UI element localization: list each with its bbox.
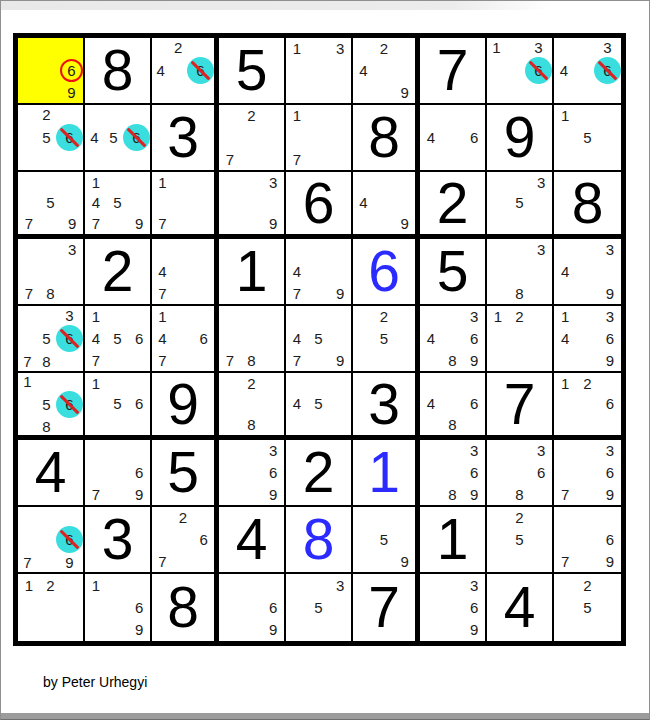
candidate-slot-3: 3 (599, 239, 621, 261)
candidate-2: 2 (583, 376, 591, 391)
candidate-slot-2 (173, 239, 194, 261)
cell-r4c4[interactable]: 1 (219, 239, 286, 306)
candidate-slot-3 (329, 373, 351, 394)
candidates: 35 (487, 172, 552, 234)
cell-r8c8[interactable]: 25 (487, 507, 554, 574)
cell-r4c6[interactable]: 6 (353, 239, 420, 306)
candidate-slot-9 (56, 151, 83, 170)
candidate-slot-8 (173, 550, 194, 572)
candidate-slot-3 (128, 574, 150, 596)
candidates: 14579 (85, 172, 150, 234)
candidate-6: 6 (135, 331, 143, 346)
cell-r9c3[interactable]: 8 (152, 574, 219, 641)
candidate-slot-5 (576, 462, 598, 484)
candidate-slot-7: 7 (219, 148, 241, 170)
cell-r7c5[interactable]: 2 (286, 440, 353, 507)
candidate-slot-8 (308, 414, 330, 435)
candidate-slot-7 (18, 82, 39, 103)
candidate-slot-6: 6 (463, 328, 485, 350)
cell-r5c5[interactable]: 4579 (286, 306, 353, 373)
cell-r6c3[interactable]: 9 (152, 373, 219, 440)
cell-r3c7[interactable]: 2 (420, 172, 487, 239)
candidate-slot-2: 2 (241, 105, 263, 127)
elimination-highlight-icon: 6 (123, 124, 150, 151)
candidates: 1568 (18, 373, 83, 435)
candidate-slot-5 (241, 127, 263, 149)
candidate-slot-6 (329, 261, 351, 283)
candidate-3: 3 (606, 309, 614, 324)
candidate-slot-4: 4 (353, 193, 374, 214)
candidate-slot-9 (329, 414, 351, 435)
candidate-7: 7 (158, 554, 166, 569)
candidate-slot-7 (420, 414, 442, 435)
candidate-slot-9 (193, 282, 214, 304)
candidates: 468 (420, 373, 485, 435)
cell-r9c1[interactable]: 12 (18, 574, 85, 641)
candidate-slot-6 (394, 328, 415, 350)
candidate-slot-6: 6 (56, 124, 83, 151)
candidate-slot-6 (262, 394, 284, 415)
cell-r3c6[interactable]: 49 (353, 172, 420, 239)
value-3: 3 (368, 376, 400, 433)
cell-r6c5[interactable]: 45 (286, 373, 353, 440)
candidate-slot-4 (219, 127, 241, 149)
candidate-slot-5 (509, 462, 531, 484)
candidate-slot-2: 2 (374, 306, 395, 328)
candidate-slot-1 (18, 38, 39, 59)
candidate-slot-6: 6 (60, 59, 83, 82)
candidate-slot-7 (487, 282, 509, 304)
candidate-slot-8 (576, 483, 598, 505)
candidate-slot-4 (554, 529, 576, 551)
candidates: 34689 (420, 306, 485, 371)
candidate-6: 6 (470, 465, 478, 480)
candidate-slot-8: 8 (37, 418, 56, 436)
cell-r7c3[interactable]: 5 (152, 440, 219, 507)
candidate-slot-1 (219, 105, 241, 127)
candidates: 45 (286, 373, 351, 435)
candidate-slot-7: 7 (152, 349, 173, 371)
candidate-9: 9 (470, 622, 478, 637)
candidate-slot-5 (442, 394, 464, 415)
candidate-slot-4 (353, 328, 374, 350)
cell-r5c2[interactable]: 14567 (85, 306, 152, 373)
candidate-6: 6 (65, 397, 73, 412)
candidate-slot-9: 9 (262, 619, 284, 641)
candidate-slot-9 (128, 414, 150, 435)
candidate-2: 2 (174, 40, 182, 55)
candidate-6: 6 (470, 331, 478, 346)
candidate-slot-7: 7 (554, 483, 576, 505)
candidate-slot-7 (353, 213, 374, 234)
candidate-9: 9 (470, 353, 478, 368)
cell-r6c1[interactable]: 1568 (18, 373, 85, 440)
candidate-slot-8 (308, 148, 330, 170)
candidate-slot-7: 7 (18, 213, 40, 234)
candidate-slot-6: 6 (599, 328, 621, 350)
candidate-slot-8 (374, 213, 395, 234)
cell-r7c7[interactable]: 3689 (420, 440, 487, 507)
cell-r3c3[interactable]: 17 (152, 172, 219, 239)
candidate-slot-1 (487, 440, 509, 462)
cell-r4c1[interactable]: 378 (18, 239, 85, 306)
candidate-slot-4 (219, 193, 241, 214)
candidate-slot-2 (308, 38, 330, 60)
candidate-slot-8 (506, 84, 525, 103)
cell-r1c2[interactable]: 8 (85, 38, 152, 105)
candidate-slot-9: 9 (128, 483, 150, 505)
cell-r8c5[interactable]: 8 (286, 507, 353, 574)
candidate-slot-2 (308, 239, 330, 261)
cell-r7c9[interactable]: 3679 (554, 440, 621, 507)
candidate-slot-3: 3 (599, 306, 621, 328)
candidate-6: 6 (606, 532, 614, 547)
candidate-slot-2 (173, 172, 194, 193)
cell-r4c2[interactable]: 2 (85, 239, 152, 306)
cell-r1c3[interactable]: 246 (152, 38, 219, 105)
candidate-slot-7 (420, 148, 442, 170)
candidate-slot-7: 7 (286, 349, 308, 371)
candidate-slot-3 (463, 373, 485, 394)
cell-r3c1[interactable]: 579 (18, 172, 85, 239)
candidate-2: 2 (583, 578, 591, 593)
candidate-slot-3 (329, 105, 351, 127)
candidate-6: 6 (470, 600, 478, 615)
candidate-slot-7 (286, 619, 308, 641)
cell-r9c8[interactable]: 4 (487, 574, 554, 641)
candidate-slot-4 (219, 328, 241, 350)
candidate-slot-6 (128, 193, 150, 214)
selection-circle-icon: 6 (60, 59, 83, 82)
candidate-slot-4: 4 (152, 261, 173, 283)
candidate-1: 1 (158, 175, 166, 190)
candidate-slot-1 (286, 239, 308, 261)
cell-r9c9[interactable]: 25 (554, 574, 621, 641)
cell-r2c9[interactable]: 15 (554, 105, 621, 172)
candidate-7: 7 (158, 353, 166, 368)
cell-r5c8[interactable]: 12 (487, 306, 554, 373)
candidate-4: 4 (92, 195, 100, 210)
candidate-slot-2 (308, 306, 330, 328)
value-4: 4 (504, 579, 536, 636)
candidate-slot-9 (61, 282, 83, 304)
candidate-slot-1 (152, 507, 173, 529)
candidate-slot-9: 9 (463, 349, 485, 371)
candidate-slot-5 (173, 193, 194, 214)
candidate-6: 6 (470, 396, 478, 411)
cell-r7c4[interactable]: 369 (219, 440, 286, 507)
candidate-slot-2 (241, 172, 263, 193)
candidate-2: 2 (247, 108, 255, 123)
candidate-slot-4 (487, 328, 509, 350)
cell-r4c7[interactable]: 5 (420, 239, 487, 306)
candidate-slot-9: 9 (128, 213, 150, 234)
candidate-slot-1 (353, 306, 374, 328)
candidate-7: 7 (293, 286, 301, 301)
cell-r5c9[interactable]: 13469 (554, 306, 621, 373)
cell-r4c8[interactable]: 38 (487, 239, 554, 306)
candidates: 456 (85, 105, 150, 170)
cell-r9c2[interactable]: 169 (85, 574, 152, 641)
cell-r2c8[interactable]: 9 (487, 105, 554, 172)
candidate-slot-3: 3 (329, 574, 351, 596)
candidate-slot-1 (353, 38, 374, 60)
candidate-slot-9: 9 (394, 81, 415, 103)
cell-r5c6[interactable]: 25 (353, 306, 420, 373)
candidate-slot-4 (85, 462, 107, 484)
candidate-slot-2 (107, 172, 129, 193)
candidate-slot-4 (219, 462, 241, 484)
candidate-slot-7: 7 (219, 349, 241, 371)
candidate-slot-7 (420, 349, 442, 371)
cell-r8c7[interactable]: 1 (420, 507, 487, 574)
candidate-slot-9 (193, 213, 214, 234)
candidate-7: 7 (226, 353, 234, 368)
candidate-slot-8 (107, 619, 129, 641)
candidate-slot-8 (576, 414, 598, 435)
cell-r3c5[interactable]: 6 (286, 172, 353, 239)
candidate-slot-5 (40, 596, 62, 618)
cell-r1c9[interactable]: 346 (554, 38, 621, 105)
cell-r8c3[interactable]: 267 (152, 507, 219, 574)
candidate-slot-7 (554, 414, 576, 435)
candidate-slot-6 (61, 193, 83, 214)
cell-r2c4[interactable]: 27 (219, 105, 286, 172)
candidates: 249 (353, 38, 415, 103)
cell-r7c6[interactable]: 1 (353, 440, 420, 507)
cell-r8c4[interactable]: 4 (219, 507, 286, 574)
candidates: 346 (554, 38, 621, 103)
candidate-slot-8: 8 (241, 349, 263, 371)
cell-r3c4[interactable]: 39 (219, 172, 286, 239)
candidates: 69 (18, 38, 83, 103)
candidate-slot-1 (18, 239, 40, 261)
candidate-slot-5 (506, 57, 525, 84)
cell-r3c8[interactable]: 35 (487, 172, 554, 239)
cell-r5c1[interactable]: 35678 (18, 306, 85, 373)
candidate-slot-8 (509, 213, 531, 234)
cell-r8c1[interactable]: 679 (18, 507, 85, 574)
cell-r9c5[interactable]: 35 (286, 574, 353, 641)
candidate-slot-7 (353, 550, 374, 572)
candidate-7: 7 (23, 555, 31, 570)
candidate-slot-1: 1 (286, 105, 308, 127)
cell-r2c1[interactable]: 256 (18, 105, 85, 172)
candidate-slot-5 (107, 596, 129, 618)
candidate-slot-8 (374, 81, 395, 103)
candidate-slot-8 (173, 282, 194, 304)
candidate-slot-6: 6 (599, 394, 621, 415)
candidate-slot-3 (530, 507, 552, 529)
cell-r6c6[interactable]: 3 (353, 373, 420, 440)
candidates: 46 (420, 105, 485, 170)
cell-r5c3[interactable]: 1467 (152, 306, 219, 373)
candidate-slot-7 (487, 213, 509, 234)
cell-r5c4[interactable]: 78 (219, 306, 286, 373)
candidate-slot-5: 5 (374, 328, 395, 350)
candidate-slot-4 (18, 261, 40, 283)
value-7: 7 (437, 42, 469, 99)
elimination-highlight-icon: 6 (56, 526, 83, 553)
cell-r1c4[interactable]: 5 (219, 38, 286, 105)
candidate-slot-4 (487, 57, 506, 84)
candidates: 579 (18, 172, 83, 234)
candidate-1: 1 (494, 309, 502, 324)
candidate-5: 5 (583, 130, 591, 145)
elimination-highlight-icon: 6 (594, 57, 621, 84)
candidates: 13469 (554, 306, 621, 371)
cell-r7c2[interactable]: 679 (85, 440, 152, 507)
candidate-slot-3 (599, 507, 621, 529)
candidate-slot-1: 1 (554, 373, 576, 394)
candidate-slot-4 (18, 59, 39, 82)
candidate-slot-3 (187, 38, 214, 57)
candidate-5: 5 (314, 331, 322, 346)
candidate-1: 1 (293, 108, 301, 123)
candidate-slot-4: 4 (420, 394, 442, 415)
cell-r4c5[interactable]: 479 (286, 239, 353, 306)
candidate-slot-6 (262, 193, 284, 214)
candidate-slot-7: 7 (286, 282, 308, 304)
candidate-1: 1 (92, 175, 100, 190)
cell-r6c9[interactable]: 126 (554, 373, 621, 440)
candidate-slot-5 (442, 596, 464, 618)
value-5: 5 (236, 42, 268, 99)
candidate-slot-9 (187, 84, 214, 103)
cell-r2c6[interactable]: 8 (353, 105, 420, 172)
cell-r8c9[interactable]: 679 (554, 507, 621, 574)
candidate-slot-5 (107, 462, 129, 484)
cell-r8c2[interactable]: 3 (85, 507, 152, 574)
cell-r2c2[interactable]: 456 (85, 105, 152, 172)
cell-r1c5[interactable]: 13 (286, 38, 353, 105)
candidate-slot-7 (219, 619, 241, 641)
candidate-slot-2 (509, 440, 531, 462)
candidate-6: 6 (65, 331, 73, 346)
candidate-6: 6 (603, 63, 611, 78)
candidate-3: 3 (336, 41, 344, 56)
cell-r5c7[interactable]: 34689 (420, 306, 487, 373)
candidate-slot-6 (329, 596, 351, 618)
cell-r6c8[interactable]: 7 (487, 373, 554, 440)
candidate-slot-8: 8 (241, 414, 263, 435)
candidate-7: 7 (561, 554, 569, 569)
cell-r3c2[interactable]: 14579 (85, 172, 152, 239)
cell-r6c4[interactable]: 28 (219, 373, 286, 440)
cell-r2c3[interactable]: 3 (152, 105, 219, 172)
value-9: 9 (504, 109, 536, 166)
candidate-slot-6 (394, 529, 415, 551)
cell-r9c4[interactable]: 69 (219, 574, 286, 641)
candidate-slot-4 (487, 193, 509, 214)
candidate-slot-1 (152, 239, 173, 261)
candidate-6: 6 (65, 130, 73, 145)
cell-r2c5[interactable]: 17 (286, 105, 353, 172)
candidates: 35678 (18, 306, 83, 371)
candidate-slot-6: 6 (594, 57, 621, 84)
candidate-slot-5 (241, 462, 263, 484)
cell-r9c6[interactable]: 7 (353, 574, 420, 641)
candidate-slot-8 (308, 349, 330, 371)
candidate-slot-9 (530, 213, 552, 234)
candidate-slot-5 (37, 526, 56, 553)
candidates: 25 (487, 507, 552, 572)
candidate-slot-8: 8 (442, 483, 464, 505)
candidate-slot-4 (219, 596, 241, 618)
cell-r4c9[interactable]: 349 (554, 239, 621, 306)
candidate-1: 1 (92, 376, 100, 391)
candidate-slot-1 (487, 507, 509, 529)
candidate-slot-5 (40, 261, 62, 283)
candidate-slot-4 (18, 391, 37, 418)
candidate-4: 4 (158, 264, 166, 279)
candidate-slot-4 (85, 394, 107, 415)
cell-r8c6[interactable]: 59 (353, 507, 420, 574)
candidate-slot-4: 4 (286, 328, 308, 350)
candidate-slot-1 (85, 105, 104, 124)
candidate-slot-9 (123, 151, 150, 170)
cell-r9c7[interactable]: 369 (420, 574, 487, 641)
candidate-9: 9 (269, 622, 277, 637)
cell-r1c7[interactable]: 7 (420, 38, 487, 105)
candidate-slot-1: 1 (152, 172, 173, 193)
cell-r7c8[interactable]: 368 (487, 440, 554, 507)
candidate-2: 2 (380, 41, 388, 56)
candidate-slot-3 (56, 507, 83, 526)
candidate-slot-4 (286, 60, 308, 82)
candidate-slot-6: 6 (128, 394, 150, 415)
candidate-1: 1 (92, 578, 100, 593)
cell-r6c2[interactable]: 156 (85, 373, 152, 440)
candidates: 369 (420, 574, 485, 641)
candidate-slot-7 (487, 349, 509, 371)
candidate-slot-1 (554, 239, 576, 261)
cell-r4c3[interactable]: 47 (152, 239, 219, 306)
candidate-slot-9 (530, 550, 552, 572)
candidates: 1467 (152, 306, 214, 371)
cell-r1c6[interactable]: 249 (353, 38, 420, 105)
candidate-slot-4 (554, 596, 576, 618)
cell-r1c8[interactable]: 136 (487, 38, 554, 105)
candidate-slot-5 (39, 59, 60, 82)
candidate-slot-6 (193, 261, 214, 283)
candidate-slot-4 (554, 462, 576, 484)
candidate-slot-5: 5 (308, 394, 330, 415)
cell-r1c1[interactable]: 69 (18, 38, 85, 105)
candidate-slot-1 (420, 373, 442, 394)
candidate-slot-9 (262, 349, 284, 371)
candidate-slot-6: 6 (463, 127, 485, 149)
cell-r7c1[interactable]: 4 (18, 440, 85, 507)
candidate-slot-4 (286, 596, 308, 618)
candidate-slot-4: 4 (85, 193, 107, 214)
candidate-slot-7 (85, 414, 107, 435)
cell-r6c7[interactable]: 468 (420, 373, 487, 440)
candidate-slot-2 (308, 105, 330, 127)
candidate-slot-8: 8 (509, 483, 531, 505)
candidate-6: 6 (135, 396, 143, 411)
candidate-6: 6 (135, 600, 143, 615)
cell-r2c7[interactable]: 46 (420, 105, 487, 172)
cell-r3c9[interactable]: 8 (554, 172, 621, 239)
candidate-slot-1 (487, 172, 509, 193)
candidate-slot-4 (152, 529, 173, 551)
candidate-slot-3 (193, 172, 214, 193)
candidate-slot-8 (37, 553, 56, 572)
candidate-slot-8 (107, 349, 129, 371)
candidate-slot-7 (353, 349, 374, 371)
candidate-slot-2 (374, 507, 395, 529)
